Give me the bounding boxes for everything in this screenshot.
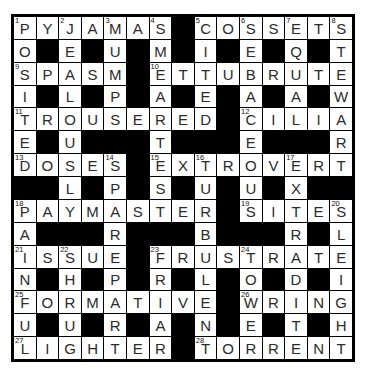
cell-letter: E [178, 112, 188, 130]
letter-cell[interactable]: T [150, 131, 172, 153]
letter-cell[interactable]: T [127, 291, 149, 313]
clue-number: 5 [196, 17, 200, 25]
letter-cell[interactable]: 16T [195, 154, 217, 176]
cell-letter: U [87, 112, 98, 130]
clue-number: 10 [151, 63, 159, 71]
letter-cell[interactable]: P [104, 269, 126, 291]
letter-cell[interactable]: O [37, 154, 59, 176]
letter-cell[interactable]: I [263, 200, 285, 222]
letter-cell[interactable]: T [285, 200, 307, 222]
letter-cell[interactable]: S [104, 108, 126, 130]
cell-letter: R [268, 250, 279, 268]
letter-cell[interactable]: E [240, 314, 262, 336]
letter-cell[interactable]: R [150, 108, 172, 130]
cell-letter: T [337, 341, 346, 359]
letter-cell[interactable]: D [195, 108, 217, 130]
cell-letter: I [271, 204, 275, 222]
cell-letter: A [155, 89, 165, 107]
black-cell [14, 177, 36, 199]
cell-letter: A [65, 67, 75, 85]
letter-cell[interactable]: E [127, 337, 149, 359]
letter-cell[interactable]: B [240, 63, 262, 85]
cell-letter: R [155, 272, 166, 290]
cell-letter: T [314, 21, 323, 39]
letter-cell[interactable]: A [82, 17, 104, 39]
letter-cell[interactable]: M [104, 63, 126, 85]
letter-cell[interactable]: 21I [14, 246, 36, 268]
letter-cell[interactable]: E [240, 40, 262, 62]
letter-cell[interactable]: I [195, 40, 217, 62]
letter-cell[interactable]: S [217, 246, 239, 268]
letter-cell[interactable]: O [240, 154, 262, 176]
letter-cell[interactable]: 9S [14, 63, 36, 85]
black-cell [127, 154, 149, 176]
letter-cell[interactable]: 23F [150, 246, 172, 268]
black-cell [82, 269, 104, 291]
cell-letter: E [336, 250, 346, 268]
letter-cell[interactable]: 17E [285, 154, 307, 176]
letter-cell[interactable]: 5C [195, 17, 217, 39]
letter-cell[interactable]: R [217, 154, 239, 176]
letter-cell[interactable]: R [195, 200, 217, 222]
letter-cell[interactable]: S [127, 200, 149, 222]
letter-cell[interactable]: 12C [240, 108, 262, 130]
letter-cell[interactable]: E [127, 108, 149, 130]
letter-cell[interactable]: N [308, 337, 330, 359]
clue-number: 12 [241, 108, 249, 116]
letter-cell[interactable]: E [195, 291, 217, 313]
black-cell [59, 223, 81, 245]
letter-cell[interactable]: L [59, 86, 81, 108]
cell-letter: R [155, 341, 166, 359]
black-cell [172, 223, 194, 245]
letter-cell[interactable]: A [150, 86, 172, 108]
black-cell [172, 337, 194, 359]
letter-cell[interactable]: H [59, 269, 81, 291]
letter-cell[interactable]: E [82, 154, 104, 176]
letter-cell[interactable]: E [172, 200, 194, 222]
letter-cell[interactable]: I [37, 337, 59, 359]
cell-letter: A [20, 227, 30, 245]
letter-cell[interactable]: 7E [285, 17, 307, 39]
letter-cell[interactable]: 28T [195, 337, 217, 359]
letter-cell[interactable]: O [240, 269, 262, 291]
letter-cell[interactable]: T [308, 246, 330, 268]
black-cell [37, 314, 59, 336]
black-cell [127, 314, 149, 336]
cell-letter: A [110, 295, 120, 313]
clue-number: 20 [331, 200, 339, 208]
letter-cell[interactable]: U [82, 246, 104, 268]
cell-letter: L [66, 89, 74, 107]
letter-cell[interactable]: U [59, 131, 81, 153]
clue-number: 4 [151, 17, 155, 25]
clue-number: 8 [331, 17, 335, 25]
letter-cell[interactable]: O [59, 108, 81, 130]
cell-letter: R [65, 295, 76, 313]
cell-letter: S [133, 204, 143, 222]
letter-cell[interactable]: U [82, 108, 104, 130]
letter-cell[interactable]: S [263, 17, 285, 39]
letter-cell[interactable]: T [330, 40, 352, 62]
black-cell [127, 86, 149, 108]
letter-cell[interactable]: O [14, 40, 36, 62]
letter-cell[interactable]: I [150, 291, 172, 313]
cell-letter: U [110, 44, 121, 62]
letter-cell[interactable]: E [285, 337, 307, 359]
black-cell [37, 269, 59, 291]
letter-cell[interactable]: 22S [59, 246, 81, 268]
black-cell [172, 17, 194, 39]
black-cell [172, 314, 194, 336]
letter-cell[interactable]: T [330, 337, 352, 359]
letter-cell[interactable]: E [172, 108, 194, 130]
cell-letter: T [133, 295, 142, 313]
letter-cell[interactable]: T [195, 63, 217, 85]
letter-cell[interactable]: P [104, 86, 126, 108]
letter-cell[interactable]: A [59, 63, 81, 85]
letter-cell[interactable]: A [127, 17, 149, 39]
letter-cell[interactable]: 26W [240, 291, 262, 313]
cell-letter: E [201, 89, 211, 107]
letter-cell[interactable]: R [150, 337, 172, 359]
letter-cell[interactable]: Y [59, 200, 81, 222]
letter-cell[interactable]: N [195, 314, 217, 336]
cell-letter: O [42, 295, 54, 313]
cell-letter: T [337, 44, 346, 62]
letter-cell[interactable]: S [150, 177, 172, 199]
black-cell [82, 314, 104, 336]
black-cell [217, 131, 239, 153]
black-cell [263, 131, 285, 153]
letter-cell[interactable]: 18P [14, 200, 36, 222]
black-cell [217, 291, 239, 313]
cell-letter: N [313, 341, 324, 359]
cell-letter: R [42, 112, 53, 130]
cell-letter: U [19, 318, 30, 336]
cell-letter: E [291, 341, 301, 359]
letter-cell[interactable]: P [104, 177, 126, 199]
cell-letter: S [336, 21, 346, 39]
black-cell [285, 131, 307, 153]
black-cell [263, 177, 285, 199]
cell-letter: L [337, 227, 345, 245]
letter-cell[interactable]: R [104, 314, 126, 336]
letter-cell[interactable]: S [59, 154, 81, 176]
clue-number: 14 [105, 154, 113, 162]
cell-letter: R [155, 112, 166, 130]
letter-cell[interactable]: E [330, 63, 352, 85]
cell-letter: E [133, 341, 143, 359]
letter-cell[interactable]: U [104, 40, 126, 62]
cell-letter: M [109, 21, 122, 39]
black-cell [195, 131, 217, 153]
cell-letter: D [291, 272, 302, 290]
clue-number: 27 [15, 337, 23, 345]
black-cell [217, 108, 239, 130]
letter-cell[interactable]: L [285, 108, 307, 130]
letter-cell[interactable]: E [195, 86, 217, 108]
cell-letter: M [109, 67, 122, 85]
cell-letter: T [201, 67, 210, 85]
letter-cell[interactable]: V [172, 291, 194, 313]
cell-letter: H [336, 318, 347, 336]
letter-cell[interactable]: R [37, 108, 59, 130]
black-cell [263, 86, 285, 108]
letter-cell[interactable]: U [217, 63, 239, 85]
letter-cell[interactable]: T [330, 154, 352, 176]
letter-cell[interactable]: D [285, 269, 307, 291]
letter-cell[interactable]: R [308, 154, 330, 176]
cell-letter: D [200, 112, 211, 130]
black-cell [127, 269, 149, 291]
letter-cell[interactable]: U [195, 246, 217, 268]
letter-cell[interactable]: X [172, 154, 194, 176]
letter-cell[interactable]: A [14, 223, 36, 245]
letter-cell[interactable]: T [308, 17, 330, 39]
letter-cell[interactable]: O [217, 17, 239, 39]
letter-cell[interactable]: Y [37, 17, 59, 39]
cell-letter: V [178, 295, 188, 313]
letter-cell[interactable]: 2J [59, 17, 81, 39]
cell-letter: E [65, 44, 75, 62]
black-cell [240, 223, 262, 245]
black-cell [172, 177, 194, 199]
letter-cell[interactable]: R [263, 291, 285, 313]
cell-letter: U [200, 250, 211, 268]
letter-cell[interactable]: 19S [240, 200, 262, 222]
letter-cell[interactable]: A [104, 200, 126, 222]
black-cell [150, 223, 172, 245]
letter-cell[interactable]: M [82, 200, 104, 222]
clue-number: 13 [15, 154, 23, 162]
letter-cell[interactable]: T [172, 63, 194, 85]
clue-number: 1 [15, 17, 19, 25]
letter-cell[interactable]: A [330, 108, 352, 130]
cell-letter: O [64, 112, 76, 130]
letter-cell[interactable]: A [150, 314, 172, 336]
letter-cell[interactable]: 1P [14, 17, 36, 39]
cell-letter: G [64, 341, 76, 359]
black-cell [37, 131, 59, 153]
clue-number: 19 [241, 200, 249, 208]
letter-cell[interactable]: U [240, 177, 262, 199]
cell-letter: L [292, 112, 300, 130]
letter-cell[interactable]: 24T [240, 246, 262, 268]
crossword-page: 1PY2JA3MA4S5CO6SS7ET8SOEUMIEQT9SPASM10ET… [0, 0, 365, 372]
letter-cell[interactable]: E [330, 246, 352, 268]
letter-cell[interactable]: A [285, 246, 307, 268]
letter-cell[interactable]: 14S [104, 154, 126, 176]
letter-cell[interactable]: I [285, 291, 307, 313]
letter-cell[interactable]: E [104, 246, 126, 268]
letter-cell[interactable]: R [240, 337, 262, 359]
letter-cell[interactable]: O [37, 291, 59, 313]
black-cell [82, 40, 104, 62]
cell-letter: I [158, 295, 162, 313]
clue-number: 6 [241, 17, 245, 25]
cell-letter: R [200, 204, 211, 222]
cell-letter: R [268, 67, 279, 85]
black-cell [308, 314, 330, 336]
letter-cell[interactable]: 10E [150, 63, 172, 85]
letter-cell[interactable]: S [82, 63, 104, 85]
cell-letter: Q [290, 44, 302, 62]
letter-cell[interactable]: R [59, 291, 81, 313]
letter-cell[interactable]: V [263, 154, 285, 176]
cell-letter: R [245, 341, 256, 359]
black-cell [127, 63, 149, 85]
clue-number: 26 [241, 291, 249, 299]
letter-cell[interactable]: 11T [14, 108, 36, 130]
letter-cell[interactable]: 8S [330, 17, 352, 39]
letter-cell[interactable]: L [330, 223, 352, 245]
letter-cell[interactable]: U [14, 314, 36, 336]
cell-letter: S [155, 181, 165, 199]
letter-cell[interactable]: T [285, 314, 307, 336]
letter-cell[interactable]: 13D [14, 154, 36, 176]
black-cell [263, 223, 285, 245]
letter-cell[interactable]: 27L [14, 337, 36, 359]
letter-cell[interactable]: T [308, 63, 330, 85]
letter-cell[interactable]: R [150, 269, 172, 291]
letter-cell[interactable]: E [308, 200, 330, 222]
cell-letter: C [200, 21, 211, 39]
letter-cell[interactable]: R [263, 337, 285, 359]
letter-cell[interactable]: G [330, 291, 352, 313]
letter-cell[interactable]: 4S [150, 17, 172, 39]
cell-letter: T [291, 204, 300, 222]
cell-letter: I [294, 295, 298, 313]
letter-cell[interactable]: B [195, 223, 217, 245]
letter-cell[interactable]: P [37, 63, 59, 85]
black-cell [308, 177, 330, 199]
black-cell [172, 131, 194, 153]
letter-cell[interactable]: H [330, 314, 352, 336]
letter-cell[interactable]: A [104, 291, 126, 313]
cell-letter: P [42, 67, 52, 85]
letter-cell[interactable]: Q [285, 40, 307, 62]
letter-cell[interactable]: I [263, 108, 285, 130]
cell-letter: P [110, 272, 120, 290]
letter-cell[interactable]: L [59, 177, 81, 199]
cell-letter: S [42, 250, 52, 268]
cell-letter: X [178, 158, 188, 176]
black-cell [37, 86, 59, 108]
cell-letter: I [339, 272, 343, 290]
letter-cell[interactable]: 15E [150, 154, 172, 176]
cell-letter: O [42, 158, 54, 176]
clue-number: 24 [241, 246, 249, 254]
letter-cell[interactable]: T [150, 200, 172, 222]
black-cell [37, 223, 59, 245]
clue-number: 18 [15, 200, 23, 208]
letter-cell[interactable]: 6S [240, 17, 262, 39]
clue-number: 3 [105, 17, 109, 25]
letter-cell[interactable]: U [285, 63, 307, 85]
letter-cell[interactable]: M [82, 291, 104, 313]
clue-number: 28 [196, 337, 204, 345]
letter-cell[interactable]: E [59, 40, 81, 62]
letter-cell[interactable]: I [308, 108, 330, 130]
black-cell [217, 269, 239, 291]
cell-letter: E [246, 318, 256, 336]
letter-cell[interactable]: 20S [330, 200, 352, 222]
letter-cell[interactable]: I [330, 269, 352, 291]
cell-letter: R [178, 250, 189, 268]
letter-cell[interactable]: 3M [104, 17, 126, 39]
letter-cell[interactable]: S [37, 246, 59, 268]
cell-letter: A [155, 318, 165, 336]
letter-cell[interactable]: U [195, 177, 217, 199]
black-cell [82, 86, 104, 108]
cell-letter: E [246, 44, 256, 62]
cell-letter: X [291, 181, 301, 199]
clue-number: 2 [60, 17, 64, 25]
black-cell [217, 177, 239, 199]
letter-cell[interactable]: G [59, 337, 81, 359]
black-cell [263, 314, 285, 336]
black-cell [263, 40, 285, 62]
clue-number: 25 [15, 291, 23, 299]
letter-cell[interactable]: U [59, 314, 81, 336]
black-cell [172, 86, 194, 108]
cell-letter: S [268, 21, 278, 39]
letter-cell[interactable]: R [172, 246, 194, 268]
black-cell [82, 177, 104, 199]
cell-letter: H [65, 272, 76, 290]
letter-cell[interactable]: O [217, 337, 239, 359]
letter-cell[interactable]: T [104, 337, 126, 359]
letter-cell[interactable]: L [195, 269, 217, 291]
letter-cell[interactable]: E [240, 131, 262, 153]
letter-cell[interactable]: R [263, 246, 285, 268]
letter-cell[interactable]: H [82, 337, 104, 359]
crossword-grid: 1PY2JA3MA4S5CO6SS7ET8SOEUMIEQT9SPASM10ET… [11, 14, 355, 362]
letter-cell[interactable]: 25F [14, 291, 36, 313]
cell-letter: B [201, 227, 211, 245]
black-cell [82, 223, 104, 245]
letter-cell[interactable]: A [285, 86, 307, 108]
cell-letter: N [313, 295, 324, 313]
letter-cell[interactable]: E [14, 131, 36, 153]
cell-letter: S [20, 67, 30, 85]
letter-cell[interactable]: R [285, 223, 307, 245]
black-cell [308, 86, 330, 108]
cell-letter: O [19, 44, 31, 62]
letter-cell[interactable]: R [104, 223, 126, 245]
black-cell [308, 131, 330, 153]
letter-cell[interactable]: A [37, 200, 59, 222]
letter-cell[interactable]: X [285, 177, 307, 199]
black-cell [127, 223, 149, 245]
cell-letter: S [246, 21, 256, 39]
letter-cell[interactable]: N [308, 291, 330, 313]
cell-letter: U [245, 181, 256, 199]
cell-letter: T [111, 341, 120, 359]
letter-cell[interactable]: I [14, 86, 36, 108]
letter-cell[interactable]: M [150, 40, 172, 62]
cell-letter: O [222, 341, 234, 359]
letter-cell[interactable]: N [14, 269, 36, 291]
black-cell [308, 223, 330, 245]
letter-cell[interactable]: R [263, 63, 285, 85]
clue-number: 22 [60, 246, 68, 254]
letter-cell[interactable]: R [330, 131, 352, 153]
letter-cell[interactable]: A [240, 86, 262, 108]
cell-letter: T [314, 250, 323, 268]
letter-cell[interactable]: W [330, 86, 352, 108]
